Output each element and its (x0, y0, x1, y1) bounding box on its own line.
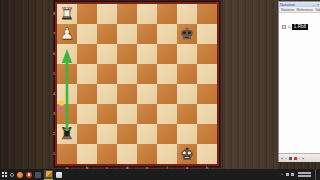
file-label-c: c (97, 166, 117, 168)
square-e1[interactable] (137, 144, 157, 164)
file-labels: abcdefgh (57, 166, 217, 168)
square-b4[interactable] (77, 84, 97, 104)
square-c5[interactable] (97, 64, 117, 84)
black-king[interactable]: ♚ (177, 24, 197, 44)
square-c2[interactable] (97, 124, 117, 144)
list-icon: ≣ (288, 25, 291, 29)
square-h1[interactable] (197, 144, 217, 164)
network-icon[interactable] (286, 173, 289, 176)
square-h3[interactable] (197, 104, 217, 124)
square-d7[interactable] (117, 24, 137, 44)
rank-labels: 87654321 (53, 4, 55, 164)
square-b6[interactable] (77, 44, 97, 64)
white-pawn[interactable]: ♟ (57, 24, 77, 44)
square-e4[interactable] (137, 84, 157, 104)
square-e8[interactable] (137, 4, 157, 24)
square-a3[interactable] (57, 104, 77, 124)
square-b2[interactable] (77, 124, 97, 144)
square-f3[interactable] (157, 104, 177, 124)
wood-panel-right (221, 0, 278, 169)
tab-notation[interactable]: Notation (281, 8, 294, 12)
square-g6[interactable] (177, 44, 197, 64)
square-c7[interactable] (97, 24, 117, 44)
move-row: ≣ 1.Rb8 (282, 24, 308, 30)
square-h7[interactable] (197, 24, 217, 44)
volume-icon[interactable] (291, 173, 294, 176)
chess-board-frame: 87654321 abcdefgh ♜♟♚♜♚ (54, 1, 220, 167)
start-button-icon[interactable] (2, 172, 7, 177)
square-a7[interactable]: ♟ (57, 24, 77, 44)
square-d8[interactable] (117, 4, 137, 24)
square-d4[interactable] (117, 84, 137, 104)
square-g5[interactable] (177, 64, 197, 84)
file-label-a: a (57, 166, 77, 168)
record-icon[interactable] (294, 157, 297, 160)
square-c8[interactable] (97, 4, 117, 24)
black-rook[interactable]: ♜ (57, 124, 77, 144)
square-b7[interactable] (77, 24, 97, 44)
square-h5[interactable] (197, 64, 217, 84)
square-e7[interactable] (137, 24, 157, 44)
rank-label-4: 4 (53, 84, 55, 104)
rank-label-8: 8 (53, 4, 55, 24)
system-tray: ^ (281, 169, 318, 180)
notation-toolbar: « ‹ › » (279, 153, 320, 162)
tab-table[interactable]: Table (315, 8, 320, 12)
square-c1[interactable] (97, 144, 117, 164)
square-d2[interactable] (117, 124, 137, 144)
rank-label-7: 7 (53, 24, 55, 44)
square-a8[interactable]: ♜ (57, 4, 77, 24)
rank-label-6: 6 (53, 44, 55, 64)
square-d1[interactable] (117, 144, 137, 164)
square-e2[interactable] (137, 124, 157, 144)
board-grid[interactable]: ♜♟♚♜♚ (57, 4, 217, 164)
square-b1[interactable] (77, 144, 97, 164)
square-e3[interactable] (137, 104, 157, 124)
file-label-e: e (137, 166, 157, 168)
square-c6[interactable] (97, 44, 117, 64)
file-label-b: b (77, 166, 97, 168)
file-label-f: f (157, 166, 177, 168)
forward-icon[interactable]: › (299, 156, 300, 161)
taskbar: ^ (0, 169, 320, 180)
square-d5[interactable] (117, 64, 137, 84)
white-king[interactable]: ♚ (177, 144, 197, 164)
square-g1[interactable]: ♚ (177, 144, 197, 164)
square-a5[interactable] (57, 64, 77, 84)
chess-app-icon (46, 171, 52, 177)
stop-icon[interactable] (289, 157, 292, 160)
square-e6[interactable] (137, 44, 157, 64)
white-rook[interactable]: ♜ (57, 4, 77, 24)
notation-body: ≣ 1.Rb8 (279, 13, 320, 153)
square-b3[interactable] (77, 104, 97, 124)
notation-window: Notation – ▫ × Notation Reference Table … (278, 1, 320, 162)
firefox-app-icon[interactable] (17, 172, 23, 178)
annotation-square-icon[interactable] (282, 25, 286, 29)
square-d3[interactable] (117, 104, 137, 124)
square-f6[interactable] (157, 44, 177, 64)
square-g2[interactable] (177, 124, 197, 144)
explorer-app-icon[interactable] (56, 172, 62, 178)
square-h6[interactable] (197, 44, 217, 64)
square-g7[interactable]: ♚ (177, 24, 197, 44)
square-f7[interactable] (157, 24, 177, 44)
minimize-icon[interactable]: – (312, 3, 314, 7)
file-label-d: d (117, 166, 137, 168)
jump-end-icon[interactable]: » (302, 156, 304, 161)
square-d6[interactable] (117, 44, 137, 64)
file-label-g: g (177, 166, 197, 168)
tab-reference[interactable]: Reference (296, 8, 313, 12)
square-g8[interactable] (177, 4, 197, 24)
desktop: 87654321 abcdefgh ♜♟♚♜♚ Notation – ▫ × N… (0, 0, 320, 180)
square-c3[interactable] (97, 104, 117, 124)
wood-seam (222, 0, 223, 169)
square-h4[interactable] (197, 84, 217, 104)
chess-app-taskbar-active[interactable] (44, 170, 53, 180)
square-c4[interactable] (97, 84, 117, 104)
dark-app-icon[interactable] (35, 172, 41, 178)
square-h8[interactable] (197, 4, 217, 24)
rank-label-2: 2 (53, 124, 55, 144)
rank-label-5: 5 (53, 64, 55, 84)
square-a6[interactable] (57, 44, 77, 64)
square-f8[interactable] (157, 4, 177, 24)
square-g3[interactable] (177, 104, 197, 124)
jump-start-icon[interactable]: « (281, 156, 283, 161)
close-icon[interactable]: × (317, 3, 319, 7)
square-g4[interactable] (177, 84, 197, 104)
red-app-icon[interactable] (26, 172, 32, 178)
rank-label-3: 3 (53, 104, 55, 124)
square-b5[interactable] (77, 64, 97, 84)
square-f1[interactable] (157, 144, 177, 164)
square-a4[interactable] (57, 84, 77, 104)
show-desktop-button[interactable] (315, 169, 318, 180)
square-f2[interactable] (157, 124, 177, 144)
square-a1[interactable] (57, 144, 77, 164)
selected-move[interactable]: 1.Rb8 (292, 24, 307, 30)
square-e5[interactable] (137, 64, 157, 84)
square-b8[interactable] (77, 4, 97, 24)
search-icon[interactable] (10, 173, 14, 177)
tray-caret-icon[interactable]: ^ (281, 173, 284, 176)
maximize-icon[interactable]: ▫ (315, 3, 316, 7)
square-f4[interactable] (157, 84, 177, 104)
file-label-h: h (197, 166, 217, 168)
rank-label-1: 1 (53, 144, 55, 164)
square-a2[interactable]: ♜ (57, 124, 77, 144)
square-f5[interactable] (157, 64, 177, 84)
square-h2[interactable] (197, 124, 217, 144)
back-icon[interactable]: ‹ (285, 156, 286, 161)
taskbar-clock[interactable] (298, 172, 311, 177)
